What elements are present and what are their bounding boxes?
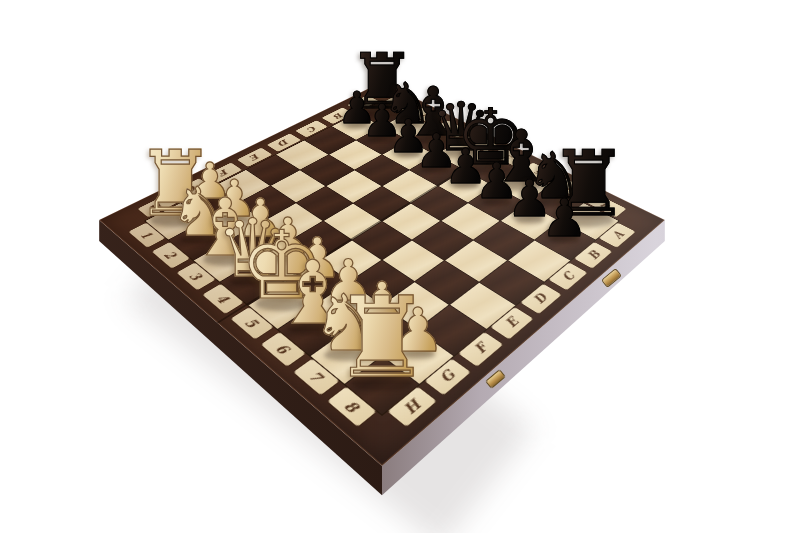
pieces-layer: ♜♞♝♛♚♝♞♜♟♟♟♟♟♟♟♟♟♟♟♟♟♟♟♟♜♞♝♛♚♝♞♜ [0,0,800,533]
photo-stage: 12345678 12345678 ABCDEFGH ABCDEFGH ♜♞♝♛… [0,0,800,533]
piece-white-rook[interactable]: ♜ [327,283,438,394]
piece-black-pawn[interactable]: ♟ [538,192,590,244]
